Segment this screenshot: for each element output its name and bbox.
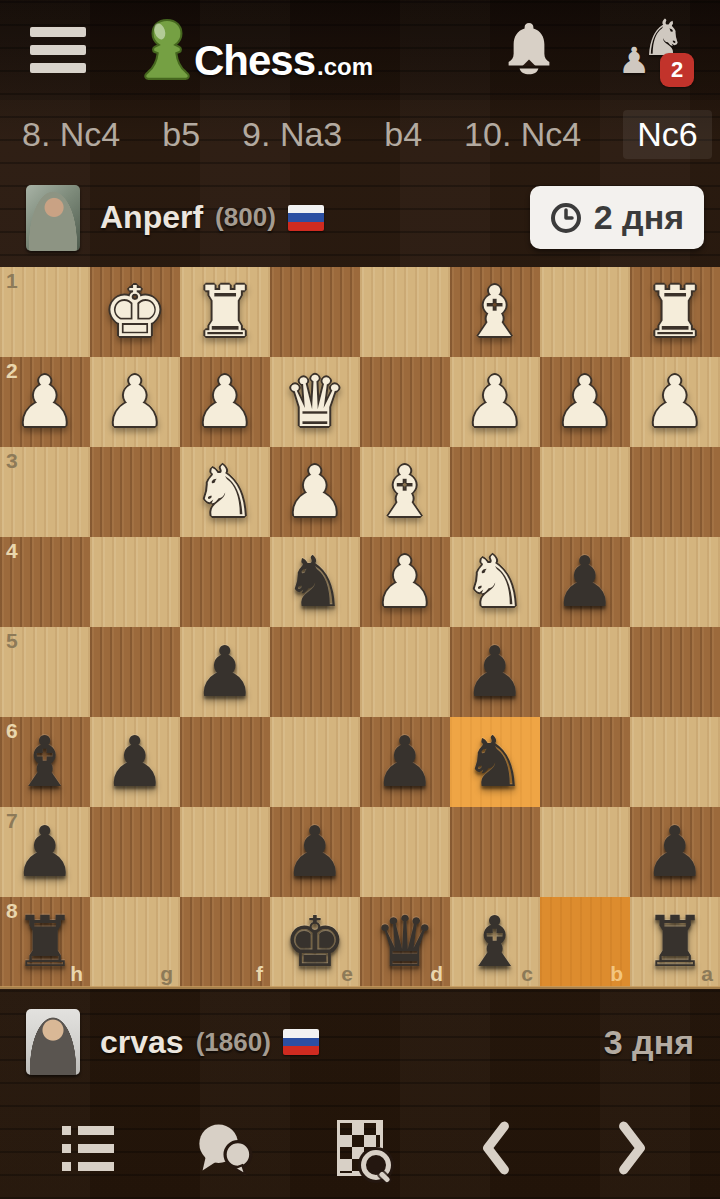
- chevron-right-icon: [614, 1119, 650, 1177]
- notifications-bell-icon[interactable]: [506, 21, 552, 79]
- square-a1[interactable]: ♜: [630, 267, 720, 357]
- square-d4[interactable]: ♟: [360, 537, 450, 627]
- next-move-button[interactable]: [587, 1108, 677, 1188]
- logo-text: Chess: [194, 40, 315, 82]
- my-games-icon[interactable]: ♞ ♟ 2: [618, 17, 690, 83]
- black-king-e8[interactable]: ♚: [284, 897, 347, 987]
- square-b7[interactable]: [540, 807, 630, 897]
- menu-bar: [30, 27, 86, 37]
- black-knight-c6[interactable]: ♞: [464, 717, 527, 807]
- avatar[interactable]: [26, 1009, 80, 1075]
- clock-time: 2 дня: [594, 198, 684, 237]
- square-a5[interactable]: [630, 627, 720, 717]
- square-g4[interactable]: [90, 537, 180, 627]
- white-queen-e2[interactable]: ♛: [284, 357, 347, 447]
- white-pawn-c2[interactable]: ♟: [464, 357, 527, 447]
- square-g3[interactable]: [90, 447, 180, 537]
- rank-label-5: 5: [6, 630, 18, 651]
- black-pawn-h7[interactable]: ♟: [14, 807, 77, 897]
- white-pawn-b2[interactable]: ♟: [554, 357, 617, 447]
- square-g1[interactable]: ♚: [90, 267, 180, 357]
- previous-move-button[interactable]: [451, 1108, 541, 1188]
- file-label-g: g: [160, 963, 173, 984]
- white-pawn-h2[interactable]: ♟: [14, 357, 77, 447]
- white-knight-c4[interactable]: ♞: [464, 537, 527, 627]
- square-h7[interactable]: 7♟: [0, 807, 90, 897]
- chess-board: 1♚♜♝♜2♟♟♟♛♟♟♟3♞♟♝4♞♟♞♟5♟♟6♝♟♟♞7♟♟♟8h♜gfe…: [0, 267, 720, 987]
- pawn-icon: ♟: [618, 40, 650, 81]
- square-c7[interactable]: [450, 807, 540, 897]
- menu-bar: [30, 45, 86, 55]
- white-pawn-f2[interactable]: ♟: [194, 357, 257, 447]
- black-queen-d8[interactable]: ♛: [374, 897, 437, 987]
- square-a3[interactable]: [630, 447, 720, 537]
- square-c3[interactable]: [450, 447, 540, 537]
- player-name[interactable]: Anperf: [100, 199, 203, 236]
- chat-button[interactable]: [179, 1108, 269, 1188]
- black-knight-e4[interactable]: ♞: [284, 537, 347, 627]
- square-h2[interactable]: 2♟: [0, 357, 90, 447]
- square-e4[interactable]: ♞: [270, 537, 360, 627]
- black-rook-a8[interactable]: ♜: [644, 897, 707, 987]
- square-c2[interactable]: ♟: [450, 357, 540, 447]
- player-bar: crvas (1860) 3 дня: [0, 987, 720, 1097]
- square-b1[interactable]: [540, 267, 630, 357]
- square-e2[interactable]: ♛: [270, 357, 360, 447]
- white-rook-f1[interactable]: ♜: [194, 267, 257, 357]
- russia-flag-icon: [288, 205, 324, 231]
- white-pawn-a2[interactable]: ♟: [644, 357, 707, 447]
- move-Nc6[interactable]: Nc6: [623, 110, 711, 159]
- white-bishop-c1[interactable]: ♝: [464, 267, 527, 357]
- square-h3[interactable]: 3: [0, 447, 90, 537]
- black-pawn-c5[interactable]: ♟: [464, 627, 527, 717]
- square-d2[interactable]: [360, 357, 450, 447]
- square-f5[interactable]: ♟: [180, 627, 270, 717]
- inactive-clock: 3 дня: [604, 1023, 694, 1062]
- black-bishop-c8[interactable]: ♝: [464, 897, 527, 987]
- square-f8[interactable]: f: [180, 897, 270, 987]
- menu-icon[interactable]: [30, 27, 86, 73]
- player-rating: (800): [215, 202, 276, 233]
- black-pawn-g6[interactable]: ♟: [104, 717, 167, 807]
- active-clock: 2 дня: [530, 186, 704, 249]
- chat-icon: [194, 1121, 254, 1175]
- square-e3[interactable]: ♟: [270, 447, 360, 537]
- square-b2[interactable]: ♟: [540, 357, 630, 447]
- logo-suffix: .com: [317, 52, 373, 82]
- square-a4[interactable]: [630, 537, 720, 627]
- square-d3[interactable]: ♝: [360, 447, 450, 537]
- chesscom-logo[interactable]: Chess .com: [144, 18, 373, 82]
- square-e5[interactable]: [270, 627, 360, 717]
- square-g8[interactable]: g: [90, 897, 180, 987]
- move-b4[interactable]: b4: [384, 115, 422, 154]
- square-c1[interactable]: ♝: [450, 267, 540, 357]
- square-b8[interactable]: b: [540, 897, 630, 987]
- black-pawn-f5[interactable]: ♟: [194, 627, 257, 717]
- rank-label-1: 1: [6, 270, 18, 291]
- move-b5[interactable]: b5: [162, 115, 200, 154]
- file-label-f: f: [256, 963, 263, 984]
- player-name[interactable]: crvas: [100, 1024, 184, 1061]
- menu-bar: [30, 63, 86, 73]
- white-pawn-g2[interactable]: ♟: [104, 357, 167, 447]
- white-knight-f3[interactable]: ♞: [194, 447, 257, 537]
- moves-list-button[interactable]: [43, 1108, 133, 1188]
- list-icon: [62, 1126, 114, 1171]
- games-count-badge: 2: [660, 53, 694, 87]
- analysis-button[interactable]: [315, 1108, 405, 1188]
- opponent-bar: Anperf (800) 2 дня: [0, 168, 720, 267]
- square-h1[interactable]: 1: [0, 267, 90, 357]
- rank-label-3: 3: [6, 450, 18, 471]
- magnifier-icon: [361, 1150, 391, 1180]
- move-list: 8. Nc4b59. Na3b410. Nc4Nc6: [0, 100, 720, 168]
- analysis-board-icon: [337, 1120, 383, 1176]
- square-a2[interactable]: ♟: [630, 357, 720, 447]
- black-pawn-d6[interactable]: ♟: [374, 717, 437, 807]
- square-e1[interactable]: [270, 267, 360, 357]
- square-g6[interactable]: ♟: [90, 717, 180, 807]
- square-h6[interactable]: 6♝: [0, 717, 90, 807]
- file-label-b: b: [610, 963, 623, 984]
- square-e8[interactable]: e♚: [270, 897, 360, 987]
- square-d7[interactable]: [360, 807, 450, 897]
- black-rook-h8[interactable]: ♜: [14, 897, 77, 987]
- square-a7[interactable]: ♟: [630, 807, 720, 897]
- square-c5[interactable]: ♟: [450, 627, 540, 717]
- move-9Na3[interactable]: 9. Na3: [242, 115, 342, 154]
- square-b6[interactable]: [540, 717, 630, 807]
- white-king-g1[interactable]: ♚: [104, 267, 167, 357]
- square-c8[interactable]: c♝: [450, 897, 540, 987]
- white-pawn-d4[interactable]: ♟: [374, 537, 437, 627]
- square-a8[interactable]: a♜: [630, 897, 720, 987]
- square-d5[interactable]: [360, 627, 450, 717]
- black-pawn-a7[interactable]: ♟: [644, 807, 707, 897]
- square-h8[interactable]: 8h♜: [0, 897, 90, 987]
- square-b4[interactable]: ♟: [540, 537, 630, 627]
- square-f1[interactable]: ♜: [180, 267, 270, 357]
- black-pawn-e7[interactable]: ♟: [284, 807, 347, 897]
- square-g5[interactable]: [90, 627, 180, 717]
- top-app-bar: Chess .com ♞ ♟ 2: [0, 0, 720, 100]
- square-b3[interactable]: [540, 447, 630, 537]
- move-8Nc4[interactable]: 8. Nc4: [22, 115, 120, 154]
- square-d6[interactable]: ♟: [360, 717, 450, 807]
- square-h4[interactable]: 4: [0, 537, 90, 627]
- square-g7[interactable]: [90, 807, 180, 897]
- black-pawn-b4[interactable]: ♟: [554, 537, 617, 627]
- black-bishop-h6[interactable]: ♝: [14, 717, 77, 807]
- square-f6[interactable]: [180, 717, 270, 807]
- player-rating: (1860): [196, 1027, 271, 1058]
- avatar[interactable]: [26, 185, 80, 251]
- square-e7[interactable]: ♟: [270, 807, 360, 897]
- square-c6[interactable]: ♞: [450, 717, 540, 807]
- square-h5[interactable]: 5: [0, 627, 90, 717]
- square-f7[interactable]: [180, 807, 270, 897]
- chevron-left-icon: [478, 1119, 514, 1177]
- square-f4[interactable]: [180, 537, 270, 627]
- square-g2[interactable]: ♟: [90, 357, 180, 447]
- white-rook-a1[interactable]: ♜: [644, 267, 707, 357]
- square-f2[interactable]: ♟: [180, 357, 270, 447]
- white-pawn-e3[interactable]: ♟: [284, 447, 347, 537]
- square-e6[interactable]: [270, 717, 360, 807]
- square-b5[interactable]: [540, 627, 630, 717]
- rank-label-4: 4: [6, 540, 18, 561]
- bottom-toolbar: [0, 1097, 720, 1199]
- clock-icon: [550, 202, 582, 234]
- move-10Nc4[interactable]: 10. Nc4: [464, 115, 581, 154]
- square-f3[interactable]: ♞: [180, 447, 270, 537]
- square-d1[interactable]: [360, 267, 450, 357]
- square-a6[interactable]: [630, 717, 720, 807]
- square-c4[interactable]: ♞: [450, 537, 540, 627]
- green-pawn-mascot-icon: [144, 18, 190, 82]
- russia-flag-icon: [283, 1029, 319, 1055]
- square-d8[interactable]: d♛: [360, 897, 450, 987]
- white-bishop-d3[interactable]: ♝: [374, 447, 437, 537]
